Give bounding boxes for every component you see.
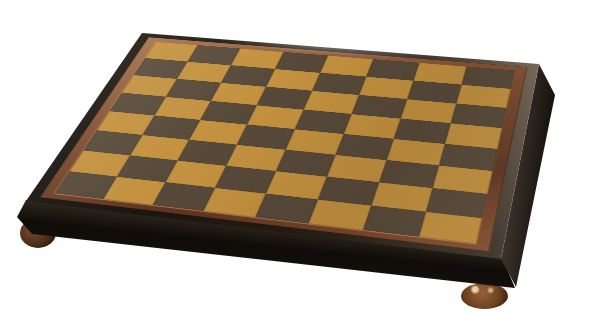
right-bun-foot — [461, 283, 508, 309]
product-photo-canvas — [0, 0, 600, 324]
